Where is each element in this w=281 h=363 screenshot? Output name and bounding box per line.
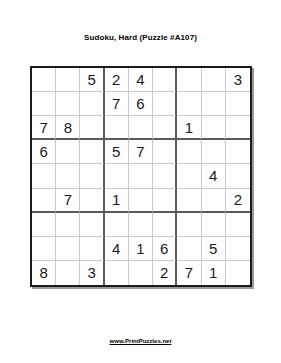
- sudoku-cell-r2c3[interactable]: [80, 92, 104, 116]
- sudoku-cell-r3c4[interactable]: [105, 116, 129, 140]
- sudoku-cell-r9c4[interactable]: [105, 261, 129, 285]
- sudoku-cell-r8c7[interactable]: [177, 237, 201, 261]
- sudoku-cell-r5c7[interactable]: [177, 164, 201, 188]
- sudoku-cell-r1c5[interactable]: 4: [129, 68, 153, 92]
- sudoku-cell-r9c3[interactable]: 3: [80, 261, 104, 285]
- sudoku-cell-r6c6[interactable]: [153, 189, 177, 213]
- sudoku-cell-r5c4[interactable]: [105, 164, 129, 188]
- sudoku-cell-r8c2[interactable]: [56, 237, 80, 261]
- sudoku-cell-r7c6[interactable]: [153, 213, 177, 237]
- sudoku-cell-r1c6[interactable]: [153, 68, 177, 92]
- sudoku-cell-r5c3[interactable]: [80, 164, 104, 188]
- sudoku-cell-r7c7[interactable]: [177, 213, 201, 237]
- sudoku-cell-r5c2[interactable]: [56, 164, 80, 188]
- sudoku-cell-r9c2[interactable]: [56, 261, 80, 285]
- sudoku-cell-r1c7[interactable]: [177, 68, 201, 92]
- sudoku-cell-r1c3[interactable]: 5: [80, 68, 104, 92]
- sudoku-cell-r9c5[interactable]: [129, 261, 153, 285]
- sudoku-cell-r5c9[interactable]: [226, 164, 250, 188]
- sudoku-cell-r4c9[interactable]: [226, 140, 250, 164]
- sudoku-cell-r3c7[interactable]: 1: [177, 116, 201, 140]
- sudoku-cell-r8c5[interactable]: 1: [129, 237, 153, 261]
- sudoku-board: 5243767816574712416583271: [30, 66, 252, 287]
- sudoku-cell-r7c2[interactable]: [56, 213, 80, 237]
- sudoku-cell-r9c8[interactable]: 1: [202, 261, 226, 285]
- sudoku-cell-r4c2[interactable]: [56, 140, 80, 164]
- sudoku-cell-r7c5[interactable]: [129, 213, 153, 237]
- sudoku-cell-r2c6[interactable]: [153, 92, 177, 116]
- sudoku-cell-r7c9[interactable]: [226, 213, 250, 237]
- sudoku-cell-r2c8[interactable]: [202, 92, 226, 116]
- sudoku-cell-r8c8[interactable]: 5: [202, 237, 226, 261]
- sudoku-cell-r2c5[interactable]: 6: [129, 92, 153, 116]
- sudoku-cell-r3c5[interactable]: [129, 116, 153, 140]
- sudoku-cell-r6c3[interactable]: [80, 189, 104, 213]
- sudoku-cell-r1c4[interactable]: 2: [105, 68, 129, 92]
- sudoku-cell-r8c4[interactable]: 4: [105, 237, 129, 261]
- sudoku-cell-r1c8[interactable]: [202, 68, 226, 92]
- sudoku-cell-r4c3[interactable]: [80, 140, 104, 164]
- sudoku-cell-r2c9[interactable]: [226, 92, 250, 116]
- sudoku-cell-r6c2[interactable]: 7: [56, 189, 80, 213]
- sudoku-cell-r5c1[interactable]: [32, 164, 56, 188]
- sudoku-cell-r4c5[interactable]: 7: [129, 140, 153, 164]
- sudoku-cell-r5c6[interactable]: [153, 164, 177, 188]
- sudoku-cell-r3c6[interactable]: [153, 116, 177, 140]
- sudoku-cell-r4c1[interactable]: 6: [32, 140, 56, 164]
- sudoku-cell-r9c7[interactable]: 7: [177, 261, 201, 285]
- sudoku-cell-r2c4[interactable]: 7: [105, 92, 129, 116]
- sudoku-cell-r6c8[interactable]: [202, 189, 226, 213]
- sudoku-cell-r8c6[interactable]: 6: [153, 237, 177, 261]
- sudoku-cell-r6c9[interactable]: 2: [226, 189, 250, 213]
- sudoku-cell-r3c2[interactable]: 8: [56, 116, 80, 140]
- sudoku-cell-r4c8[interactable]: [202, 140, 226, 164]
- sudoku-cell-r1c9[interactable]: 3: [226, 68, 250, 92]
- sudoku-cell-r2c1[interactable]: [32, 92, 56, 116]
- sudoku-cell-r9c6[interactable]: 2: [153, 261, 177, 285]
- sudoku-cell-r5c8[interactable]: 4: [202, 164, 226, 188]
- footer-link[interactable]: www.PrintPuzzles.net: [0, 338, 281, 344]
- sudoku-cell-r8c9[interactable]: [226, 237, 250, 261]
- sudoku-cell-r3c1[interactable]: 7: [32, 116, 56, 140]
- sudoku-cell-r5c5[interactable]: [129, 164, 153, 188]
- sudoku-cell-r4c7[interactable]: [177, 140, 201, 164]
- sudoku-cell-r6c1[interactable]: [32, 189, 56, 213]
- sudoku-cell-r9c1[interactable]: 8: [32, 261, 56, 285]
- sudoku-cell-r4c4[interactable]: 5: [105, 140, 129, 164]
- sudoku-cell-r2c2[interactable]: [56, 92, 80, 116]
- sudoku-cell-r7c4[interactable]: [105, 213, 129, 237]
- sudoku-cell-r3c8[interactable]: [202, 116, 226, 140]
- sudoku-cell-r6c7[interactable]: [177, 189, 201, 213]
- sudoku-cell-r8c3[interactable]: [80, 237, 104, 261]
- sudoku-cell-r9c9[interactable]: [226, 261, 250, 285]
- sudoku-cell-r2c7[interactable]: [177, 92, 201, 116]
- page-title: Sudoku, Hard (Puzzle #A107): [0, 33, 281, 42]
- sudoku-cell-r8c1[interactable]: [32, 237, 56, 261]
- sudoku-cell-r3c3[interactable]: [80, 116, 104, 140]
- sudoku-cell-r7c8[interactable]: [202, 213, 226, 237]
- sudoku-cell-r7c1[interactable]: [32, 213, 56, 237]
- sudoku-cell-r1c1[interactable]: [32, 68, 56, 92]
- sudoku-cell-r6c5[interactable]: [129, 189, 153, 213]
- sudoku-cell-r3c9[interactable]: [226, 116, 250, 140]
- sudoku-cell-r4c6[interactable]: [153, 140, 177, 164]
- sudoku-cell-r1c2[interactable]: [56, 68, 80, 92]
- sudoku-cell-r6c4[interactable]: 1: [105, 189, 129, 213]
- sudoku-cell-r7c3[interactable]: [80, 213, 104, 237]
